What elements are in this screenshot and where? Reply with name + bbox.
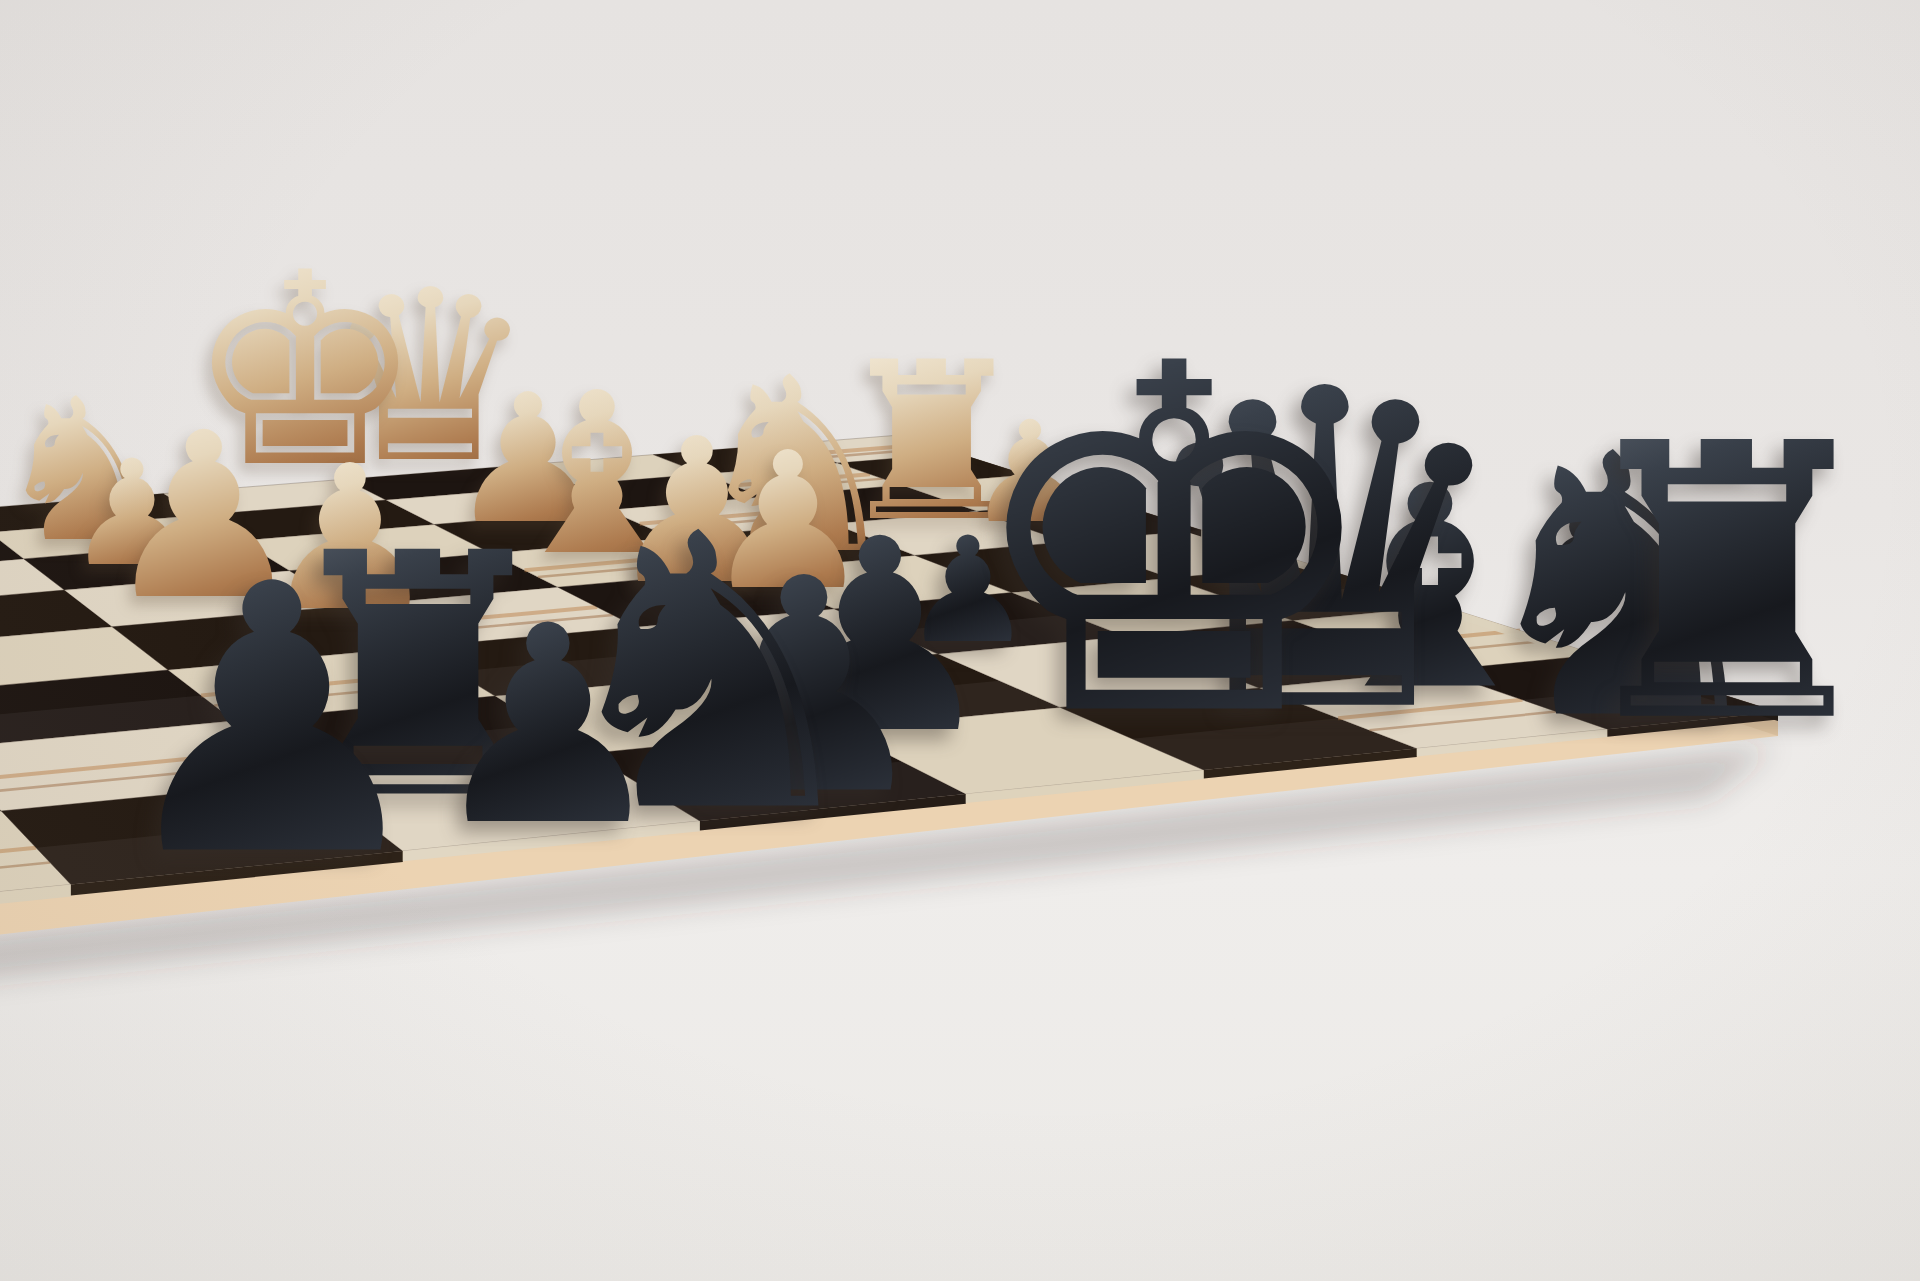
photo-scene: ♞♟♟♚♟♛♟♝♟♞♟♜♟♟♜♟♞♟♟♟♚♛♝♟♞♜ (0, 0, 1920, 1281)
black-rook[interactable]: ♜ (1557, 394, 1897, 773)
black-pawn[interactable]: ♟ (426, 590, 671, 863)
black-king[interactable]: ♚ (959, 303, 1388, 782)
pieces-layer: ♞♟♟♚♟♛♟♝♟♞♟♜♟♟♜♟♞♟♟♟♚♛♝♟♞♜ (0, 0, 1920, 1281)
black-pawn[interactable]: ♟ (106, 536, 438, 906)
